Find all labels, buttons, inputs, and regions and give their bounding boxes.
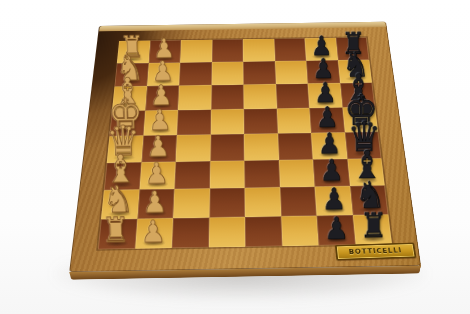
board-square[interactable]: ♜ xyxy=(352,214,391,245)
board-near-side-face xyxy=(69,266,421,280)
board-square[interactable] xyxy=(244,160,279,188)
board-square[interactable] xyxy=(279,159,315,187)
photo-stage: ♜♟♟♜♞♟♟♞♝♟♟♝♚♟♟♚♛♟♟♛♝♟♟♝♞♟♟♞♜♟♟♜ BOTTICE… xyxy=(0,0,470,314)
board-square[interactable] xyxy=(278,133,313,160)
board-square[interactable] xyxy=(179,62,212,86)
perspective-wrapper: ♜♟♟♜♞♟♟♞♝♟♟♝♚♟♟♚♛♟♟♛♝♟♟♝♞♟♟♞♜♟♟♜ BOTTICE… xyxy=(0,0,470,314)
white-pawn[interactable]: ♟ xyxy=(140,216,166,247)
white-rook[interactable]: ♜ xyxy=(101,213,130,248)
board-square[interactable] xyxy=(245,216,282,247)
board-square[interactable]: ♜ xyxy=(98,218,137,249)
board-square[interactable] xyxy=(245,187,281,216)
board-square[interactable] xyxy=(244,108,278,134)
board-square[interactable] xyxy=(173,188,209,217)
chess-board: ♜♟♟♜♞♟♟♞♝♟♟♝♚♟♟♚♛♟♟♛♝♟♟♝♞♟♟♞♜♟♟♜ BOTTICE… xyxy=(69,22,421,272)
board-grid: ♜♟♟♜♞♟♟♞♝♟♟♝♚♟♟♚♛♟♟♛♝♟♟♝♞♟♟♞♜♟♟♜ xyxy=(98,37,392,249)
board-square[interactable] xyxy=(180,40,212,63)
board-square[interactable] xyxy=(211,61,243,85)
board-square[interactable] xyxy=(281,215,319,246)
board-square[interactable] xyxy=(274,38,306,61)
board-square[interactable] xyxy=(212,39,244,62)
black-rook[interactable]: ♜ xyxy=(359,209,387,244)
board-square[interactable] xyxy=(176,135,211,162)
board-square[interactable] xyxy=(210,109,244,135)
board-square[interactable] xyxy=(243,39,275,62)
brand-plaque: BOTTICELLI xyxy=(335,243,417,261)
board-square[interactable] xyxy=(174,161,210,189)
board-square[interactable] xyxy=(276,84,310,109)
brand-plaque-label: BOTTICELLI xyxy=(349,247,403,255)
board-square[interactable] xyxy=(210,134,244,161)
board-square[interactable] xyxy=(280,187,317,216)
board-square[interactable] xyxy=(172,217,209,248)
board-square[interactable] xyxy=(208,217,245,248)
board-square[interactable] xyxy=(209,188,245,217)
board-square[interactable]: ♟ xyxy=(135,218,173,249)
board-square[interactable] xyxy=(177,109,211,135)
board-square[interactable] xyxy=(211,85,244,110)
board-square[interactable] xyxy=(243,61,275,85)
board-square[interactable] xyxy=(277,108,312,134)
board-square[interactable] xyxy=(243,84,276,109)
black-pawn[interactable]: ♟ xyxy=(324,213,349,244)
white-pawn[interactable]: ♟ xyxy=(142,187,167,217)
board-frame: ♜♟♟♜♞♟♟♞♝♟♟♝♚♟♟♚♛♟♟♛♝♟♟♝♞♟♟♞♜♟♟♜ BOTTICE… xyxy=(69,22,421,272)
board-square[interactable]: ♟ xyxy=(317,215,356,246)
board-square[interactable] xyxy=(275,60,308,84)
board-square[interactable] xyxy=(209,160,244,188)
board-square[interactable] xyxy=(244,133,279,160)
board-square[interactable] xyxy=(178,85,211,110)
black-pawn[interactable]: ♟ xyxy=(322,184,346,214)
